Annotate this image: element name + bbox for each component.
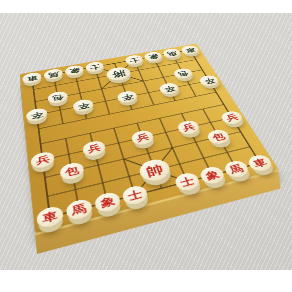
photo-stage: 車馬象士士象馬車將包包卒卒卒卒卒兵兵兵兵兵包包帥車馬象士士象馬車 — [0, 0, 292, 292]
piece-character: 卒 — [121, 93, 134, 101]
piece-character: 包 — [52, 93, 64, 101]
piece-character: 象 — [68, 67, 80, 74]
piece-character: 包 — [177, 70, 190, 77]
piece-character: 將 — [111, 69, 126, 78]
piece-character: 卒 — [202, 77, 215, 85]
piece-character: 包 — [64, 165, 79, 177]
piece-character: 士 — [89, 63, 101, 70]
piece-character: 兵 — [87, 143, 101, 154]
piece-character: 車 — [42, 210, 58, 225]
piece-character: 包 — [211, 132, 226, 142]
piece-character: 兵 — [225, 113, 240, 122]
piece-character: 象 — [147, 53, 159, 60]
piece-character: 卒 — [77, 101, 90, 110]
piece-character: 卒 — [163, 85, 176, 93]
piece-character: 馬 — [48, 71, 60, 78]
piece-character: 兵 — [181, 123, 196, 133]
piece-character: 士 — [128, 57, 140, 64]
piece-character: 車 — [26, 74, 38, 81]
piece-character: 象 — [99, 195, 115, 209]
piece-character: 車 — [184, 47, 196, 53]
piece-character: 卒 — [30, 110, 43, 119]
piece-character: 兵 — [135, 133, 150, 143]
piece-character: 士 — [127, 189, 144, 202]
piece-character: 兵 — [36, 154, 50, 165]
piece-character: 象 — [204, 169, 221, 181]
piece-character: 車 — [252, 157, 269, 168]
piece-character: 士 — [179, 176, 196, 188]
piece-character: 馬 — [71, 203, 87, 217]
piece-character: 帥 — [145, 163, 165, 178]
piece-character: 馬 — [166, 50, 178, 56]
piece-character: 馬 — [228, 163, 245, 175]
